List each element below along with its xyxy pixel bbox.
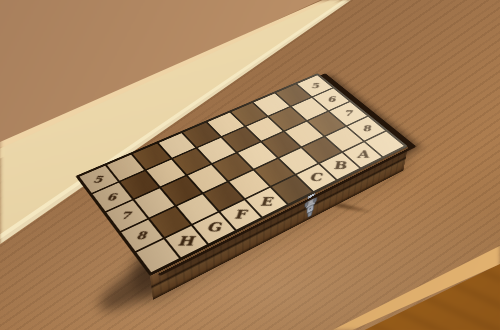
coordinate-label-text: B bbox=[332, 160, 346, 172]
dark-square bbox=[204, 182, 244, 210]
photo-scene: 55667788HGFECBA bbox=[0, 0, 500, 330]
rank-label-8-left: 8 bbox=[121, 220, 162, 251]
rank-label-7-left: 7 bbox=[107, 201, 147, 231]
coordinate-label-text: 6 bbox=[107, 191, 118, 202]
coordinate-label-text: E bbox=[260, 195, 272, 209]
coordinate-label-text: 5 bbox=[311, 82, 320, 90]
coordinate-label-text: 8 bbox=[361, 124, 371, 133]
light-square bbox=[147, 160, 185, 187]
coordinate-label-text: 8 bbox=[136, 229, 147, 241]
coordinate-label-text: 7 bbox=[121, 210, 132, 222]
coordinate-label-text: G bbox=[206, 220, 221, 235]
dark-square bbox=[150, 207, 191, 237]
coordinate-label-text: H bbox=[178, 234, 195, 249]
coordinate-label-text: 6 bbox=[327, 95, 336, 104]
light-square bbox=[135, 189, 175, 218]
light-square bbox=[230, 170, 269, 198]
rank-label-6-left: 6 bbox=[93, 183, 132, 211]
light-square bbox=[188, 165, 227, 192]
coordinate-label-text: 7 bbox=[344, 109, 353, 118]
dark-square bbox=[120, 171, 159, 199]
coordinate-label-text: C bbox=[309, 171, 322, 184]
dark-square bbox=[162, 177, 201, 205]
light-square bbox=[177, 194, 217, 223]
dark-square bbox=[255, 159, 294, 186]
coordinate-label-text: 5 bbox=[93, 174, 104, 185]
coordinate-label-text: F bbox=[235, 208, 247, 222]
coordinate-label-text: A bbox=[356, 149, 369, 161]
